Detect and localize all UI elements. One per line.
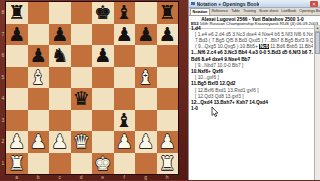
mainline-moves[interactable]: Bd6 8.e4 dxe4 9.Nxe4 Bb7 xyxy=(191,57,250,62)
black-rook[interactable]: ♜ xyxy=(6,2,28,24)
square-h6[interactable] xyxy=(157,45,179,67)
tab-livebook[interactable]: LiveBook xyxy=(280,8,298,15)
mainline-moves[interactable]: 10.Nxf6+ Qxf6 xyxy=(191,69,223,74)
square-f8[interactable]: ♝ xyxy=(114,2,136,24)
tab-reference[interactable]: Reference xyxy=(210,8,230,15)
square-d5[interactable] xyxy=(71,67,93,89)
square-d6[interactable] xyxy=(71,45,93,67)
rank-label-8: 8 xyxy=(0,2,6,24)
tab-training[interactable]: Training xyxy=(241,8,257,15)
black-pawn[interactable]: ♟ xyxy=(6,24,28,46)
square-f1[interactable] xyxy=(114,153,136,175)
notation-panel: Notation + Openings Book × NotationRefer… xyxy=(188,0,320,180)
square-e7[interactable] xyxy=(92,24,114,46)
file-label-h: h xyxy=(157,174,179,180)
square-g2[interactable]: ♟ xyxy=(135,131,157,153)
window-icon xyxy=(191,2,195,6)
variation-moves[interactable]: [ 12.Qd3 Qd8 13.gxf3 ] xyxy=(195,94,244,99)
mouse-cursor xyxy=(211,107,219,118)
panel-title-bar[interactable]: Notation + Openings Book × xyxy=(189,0,320,8)
tab-bar: NotationReferenceTableTrainingScore shee… xyxy=(189,8,320,16)
square-h5[interactable] xyxy=(157,67,179,89)
white-bishop[interactable]: ♝ xyxy=(135,67,157,89)
white-pawn[interactable]: ♟ xyxy=(114,131,136,153)
square-c5[interactable] xyxy=(49,67,71,89)
white-pawn[interactable]: ♟ xyxy=(157,131,179,153)
white-rook[interactable]: ♜ xyxy=(157,153,179,175)
square-e6[interactable]: ♟ xyxy=(92,45,114,67)
black-pawn[interactable]: ♟ xyxy=(49,24,71,46)
square-f6[interactable] xyxy=(114,45,136,67)
square-f5[interactable] xyxy=(114,67,136,89)
square-f4[interactable] xyxy=(114,88,136,110)
black-pawn[interactable]: ♟ xyxy=(135,24,157,46)
square-b1[interactable] xyxy=(28,153,50,175)
rank-label-7: 7 xyxy=(0,24,6,46)
black-knight[interactable]: ♞ xyxy=(49,45,71,67)
tab-score-sheet[interactable]: Score sheet xyxy=(257,8,279,15)
square-h7[interactable]: ♟ xyxy=(157,24,179,46)
file-label-c: c xyxy=(49,174,71,180)
scrollbar-thumb[interactable] xyxy=(315,32,320,54)
square-f3[interactable]: ♝ xyxy=(114,110,136,132)
square-a5[interactable] xyxy=(6,67,28,89)
square-a1[interactable]: ♜ xyxy=(6,153,28,175)
square-c1[interactable] xyxy=(49,153,71,175)
black-pawn[interactable]: ♟ xyxy=(92,45,114,67)
file-label-e: e xyxy=(92,174,114,180)
square-a8[interactable]: ♜ xyxy=(6,2,28,24)
mainline-moves[interactable]: 12...Qxd4 13.Bxh7+ Kxh7 14.Qxd4 xyxy=(191,100,268,105)
white-pawn[interactable]: ♟ xyxy=(28,131,50,153)
black-pawn[interactable]: ♟ xyxy=(114,24,136,46)
square-h4[interactable] xyxy=(157,88,179,110)
chess-board-frame: ♜♚♝♜♟♟♟♟♟♟♞♟♝♝♛♝♟♟♟♛♟♟♟♜♚♜ 87654321 abcd… xyxy=(0,0,188,180)
variation-moves[interactable]: [ 1.e4 e6 2.d4 d5 3.Nc3 dxe4 4.Nxe4 b6 5… xyxy=(195,32,313,37)
square-b7[interactable] xyxy=(28,24,50,46)
black-pawn[interactable]: ♟ xyxy=(157,24,179,46)
file-label-d: d xyxy=(71,174,93,180)
file-label-a: a xyxy=(6,174,28,180)
current-move-highlight[interactable]: Nc6 xyxy=(259,44,269,49)
mainline-moves[interactable]: 1-0 xyxy=(191,106,198,111)
square-c8[interactable] xyxy=(49,2,71,24)
square-e2[interactable] xyxy=(92,131,114,153)
square-b2[interactable]: ♟ xyxy=(28,131,50,153)
rank-label-2: 2 xyxy=(0,131,6,153)
square-g7[interactable]: ♟ xyxy=(135,24,157,46)
variation-moves[interactable]: [ 9...Nbd7 10.0-0 Bb7 ] xyxy=(195,63,243,68)
rank-label-4: 4 xyxy=(0,88,6,110)
white-pawn[interactable]: ♟ xyxy=(49,131,71,153)
tab-notation[interactable]: Notation xyxy=(190,8,210,15)
chess-board[interactable]: ♜♚♝♜♟♟♟♟♟♟♞♟♝♝♛♝♟♟♟♛♟♟♟♜♚♜ xyxy=(6,2,178,174)
file-label-g: g xyxy=(135,174,157,180)
square-g8[interactable] xyxy=(135,2,157,24)
square-f7[interactable]: ♟ xyxy=(114,24,136,46)
white-pawn[interactable]: ♟ xyxy=(135,131,157,153)
square-b4[interactable] xyxy=(28,88,50,110)
square-b8[interactable] xyxy=(28,2,50,24)
white-queen[interactable]: ♛ xyxy=(71,131,93,153)
square-e8[interactable]: ♚ xyxy=(92,2,114,24)
square-h2[interactable]: ♟ xyxy=(157,131,179,153)
mainline-moves[interactable]: 1.d4 xyxy=(191,26,201,31)
square-a3[interactable] xyxy=(6,110,28,132)
file-label-b: b xyxy=(28,174,50,180)
square-c6[interactable]: ♞ xyxy=(49,45,71,67)
rank-label-5: 5 xyxy=(0,67,6,89)
square-e3[interactable] xyxy=(92,110,114,132)
white-bishop[interactable]: ♝ xyxy=(28,67,50,89)
square-d4[interactable]: ♛ xyxy=(71,88,93,110)
square-g5[interactable]: ♝ xyxy=(135,67,157,89)
close-icon[interactable]: × xyxy=(310,1,318,7)
variation-moves[interactable]: 7.Bd3 ( 7.Bg5 Qf5 8.Bd3 Qxd5 ) 7...Bb7 8… xyxy=(195,38,313,43)
square-h8[interactable]: ♜ xyxy=(157,2,179,24)
square-c4[interactable] xyxy=(49,88,71,110)
square-e1[interactable]: ♚ xyxy=(92,153,114,175)
file-label-f: f xyxy=(114,174,136,180)
square-h3[interactable] xyxy=(157,110,179,132)
black-queen[interactable]: ♛ xyxy=(71,88,93,110)
rank-label-6: 6 xyxy=(0,45,6,67)
square-d1[interactable] xyxy=(71,153,93,175)
square-d7[interactable] xyxy=(71,24,93,46)
square-a6[interactable] xyxy=(6,45,28,67)
square-b3[interactable] xyxy=(28,110,50,132)
square-g4[interactable] xyxy=(135,88,157,110)
mainline-moves[interactable]: 11.Bg5 Bxf3 12.Qd2 xyxy=(191,81,236,86)
square-a4[interactable] xyxy=(6,88,28,110)
square-f2[interactable]: ♟ xyxy=(114,131,136,153)
variation-moves[interactable]: 11.Bd6 Bxb5 11.Bb4 ] xyxy=(269,44,313,49)
white-king[interactable]: ♚ xyxy=(92,153,114,175)
black-pawn[interactable]: ♟ xyxy=(28,45,50,67)
rank-label-3: 3 xyxy=(0,110,6,132)
square-e4[interactable] xyxy=(92,88,114,110)
rank-label-1: 1 xyxy=(0,153,6,175)
square-c7[interactable]: ♟ xyxy=(49,24,71,46)
tab-table[interactable]: Table xyxy=(230,8,242,15)
square-e5[interactable] xyxy=(92,67,114,89)
square-a2[interactable]: ♟ xyxy=(6,131,28,153)
square-a7[interactable]: ♟ xyxy=(6,24,28,46)
black-bishop[interactable]: ♝ xyxy=(114,2,136,24)
variation-moves[interactable]: ( 9...Qxg5 10.Qxg5 ) 10.Bb5+ xyxy=(195,44,259,49)
black-king[interactable]: ♚ xyxy=(92,2,114,24)
square-g3[interactable] xyxy=(135,110,157,132)
square-d2[interactable]: ♛ xyxy=(71,131,93,153)
scroll-up-icon[interactable]: ▲ xyxy=(315,25,320,32)
tab-openings-book[interactable]: Openings Book xyxy=(298,8,320,15)
square-d3[interactable] xyxy=(71,110,93,132)
square-h1[interactable]: ♜ xyxy=(157,153,179,175)
square-g1[interactable] xyxy=(135,153,157,175)
notation-line[interactable]: 1-0 xyxy=(191,106,313,112)
window-title: Notation + Openings Book xyxy=(197,1,260,7)
square-c2[interactable]: ♟ xyxy=(49,131,71,153)
square-c3[interactable] xyxy=(49,110,71,132)
square-b5[interactable]: ♝ xyxy=(28,67,50,89)
square-b6[interactable]: ♟ xyxy=(28,45,50,67)
square-g6[interactable] xyxy=(135,45,157,67)
white-pawn[interactable]: ♟ xyxy=(6,131,28,153)
white-rook[interactable]: ♜ xyxy=(6,153,28,175)
mainline-moves[interactable]: 1...Nf6 2.c4 e6 3.Nc3 Bb4 4.e3 0-0 5.Bd3… xyxy=(191,50,313,55)
scrollbar[interactable]: ▲ xyxy=(314,25,320,180)
square-d8[interactable] xyxy=(71,2,93,24)
black-bishop[interactable]: ♝ xyxy=(114,110,136,132)
variation-moves[interactable]: [ 10...gxf6 ] xyxy=(195,75,219,80)
black-rook[interactable]: ♜ xyxy=(157,2,179,24)
move-list[interactable]: 1.d4[ 1.e4 e6 2.d4 d5 3.Nc3 dxe4 4.Nxe4 … xyxy=(191,26,313,181)
variation-moves[interactable]: [ 12.Bxf6 Bxd1 13.Rxd1 gxf6 ] xyxy=(195,88,258,93)
